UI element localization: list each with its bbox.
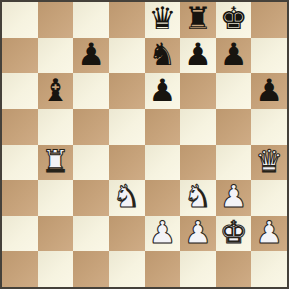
square-f3[interactable]: ♞: [180, 180, 216, 216]
square-f5[interactable]: [180, 109, 216, 145]
square-f4[interactable]: [180, 145, 216, 181]
square-e8[interactable]: ♛: [145, 2, 181, 38]
square-g6[interactable]: [216, 73, 252, 109]
square-a8[interactable]: [2, 2, 38, 38]
square-a5[interactable]: [2, 109, 38, 145]
square-b4[interactable]: ♜: [38, 145, 74, 181]
square-h1[interactable]: [251, 251, 287, 287]
square-f8[interactable]: ♜: [180, 2, 216, 38]
square-a7[interactable]: [2, 38, 38, 74]
square-h7[interactable]: [251, 38, 287, 74]
square-d2[interactable]: [109, 216, 145, 252]
square-c6[interactable]: [73, 73, 109, 109]
piece-white-knight: ♞: [184, 181, 212, 212]
square-c2[interactable]: [73, 216, 109, 252]
square-a4[interactable]: [2, 145, 38, 181]
square-d5[interactable]: [109, 109, 145, 145]
square-h5[interactable]: [251, 109, 287, 145]
square-d4[interactable]: [109, 145, 145, 181]
piece-white-pawn: ♟: [148, 217, 176, 248]
square-g5[interactable]: [216, 109, 252, 145]
piece-black-pawn: ♟: [255, 75, 283, 106]
piece-black-knight: ♞: [148, 39, 176, 70]
square-f2[interactable]: ♟: [180, 216, 216, 252]
square-c7[interactable]: ♟: [73, 38, 109, 74]
square-c8[interactable]: [73, 2, 109, 38]
square-g8[interactable]: ♚: [216, 2, 252, 38]
square-c4[interactable]: [73, 145, 109, 181]
square-e1[interactable]: [145, 251, 181, 287]
chess-board-window: ♛♜♚♟♞♟♟♝♟♟♜♛♞♞♟♟♟♚♟: [0, 0, 289, 289]
square-h2[interactable]: ♟: [251, 216, 287, 252]
piece-white-queen: ♛: [255, 146, 283, 177]
square-b2[interactable]: [38, 216, 74, 252]
square-g7[interactable]: ♟: [216, 38, 252, 74]
square-e4[interactable]: [145, 145, 181, 181]
square-a2[interactable]: [2, 216, 38, 252]
piece-black-pawn: ♟: [77, 39, 105, 70]
square-a6[interactable]: [2, 73, 38, 109]
square-d6[interactable]: [109, 73, 145, 109]
square-h4[interactable]: ♛: [251, 145, 287, 181]
piece-white-pawn: ♟: [255, 217, 283, 248]
square-b1[interactable]: [38, 251, 74, 287]
square-e5[interactable]: [145, 109, 181, 145]
square-f1[interactable]: [180, 251, 216, 287]
piece-black-pawn: ♟: [184, 39, 212, 70]
square-a1[interactable]: [2, 251, 38, 287]
square-g1[interactable]: [216, 251, 252, 287]
piece-black-bishop: ♝: [42, 75, 70, 106]
square-b6[interactable]: ♝: [38, 73, 74, 109]
square-d3[interactable]: ♞: [109, 180, 145, 216]
square-e2[interactable]: ♟: [145, 216, 181, 252]
square-d8[interactable]: [109, 2, 145, 38]
square-e3[interactable]: [145, 180, 181, 216]
piece-white-king: ♚: [220, 217, 248, 248]
piece-white-pawn: ♟: [220, 181, 248, 212]
square-d1[interactable]: [109, 251, 145, 287]
square-f7[interactable]: ♟: [180, 38, 216, 74]
square-a3[interactable]: [2, 180, 38, 216]
square-e6[interactable]: ♟: [145, 73, 181, 109]
square-b3[interactable]: [38, 180, 74, 216]
piece-black-queen: ♛: [148, 3, 176, 34]
square-b8[interactable]: [38, 2, 74, 38]
square-f6[interactable]: [180, 73, 216, 109]
square-g2[interactable]: ♚: [216, 216, 252, 252]
square-g4[interactable]: [216, 145, 252, 181]
square-c5[interactable]: [73, 109, 109, 145]
piece-black-rook: ♜: [184, 3, 212, 34]
square-c3[interactable]: [73, 180, 109, 216]
chess-board: ♛♜♚♟♞♟♟♝♟♟♜♛♞♞♟♟♟♚♟: [0, 0, 289, 289]
square-b5[interactable]: [38, 109, 74, 145]
square-c1[interactable]: [73, 251, 109, 287]
square-b7[interactable]: [38, 38, 74, 74]
square-h3[interactable]: [251, 180, 287, 216]
piece-white-rook: ♜: [42, 146, 70, 177]
piece-black-king: ♚: [220, 3, 248, 34]
piece-white-knight: ♞: [113, 181, 141, 212]
square-d7[interactable]: [109, 38, 145, 74]
piece-black-pawn: ♟: [220, 39, 248, 70]
piece-black-pawn: ♟: [148, 75, 176, 106]
square-e7[interactable]: ♞: [145, 38, 181, 74]
square-h8[interactable]: [251, 2, 287, 38]
piece-white-pawn: ♟: [184, 217, 212, 248]
square-g3[interactable]: ♟: [216, 180, 252, 216]
square-h6[interactable]: ♟: [251, 73, 287, 109]
